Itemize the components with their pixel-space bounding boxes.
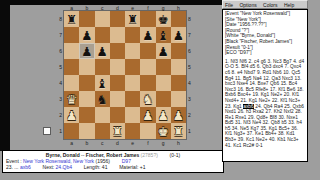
rank-label-3: 3 (54, 91, 62, 107)
square-d4[interactable] (110, 75, 125, 91)
piece-black-rook[interactable]: ♜ (66, 12, 77, 27)
square-d8[interactable] (110, 11, 125, 27)
square-c4[interactable]: ♝ (95, 75, 110, 91)
black-player-rating: (2785?) (141, 152, 158, 158)
file-label-e: e (125, 140, 140, 146)
rank-label-3: 3 (188, 91, 196, 107)
rank-label-8: 8 (54, 11, 62, 27)
square-c1[interactable] (95, 123, 110, 139)
file-label-a: a (64, 140, 79, 146)
rank-label-7: 7 (54, 27, 62, 43)
status-move-line: 23. ... axb6 Next: 24.Qb4 Length: 41 Mat… (6, 164, 220, 170)
menu-bar: File Options Colors Help (222, 0, 308, 9)
square-h4[interactable] (171, 75, 186, 91)
file-label-f: f (140, 140, 155, 146)
piece-white-pawn[interactable]: ♟ (66, 108, 77, 123)
pgn-panel[interactable]: [Event "New York Rosenwald"] [Site "New … (222, 9, 308, 162)
file-label-h: h (171, 140, 186, 146)
square-e8[interactable]: ♜ (125, 11, 140, 27)
material-label: Material: (119, 164, 138, 170)
piece-black-pawn[interactable]: ♟ (97, 44, 108, 59)
square-h1[interactable]: ♜ (171, 123, 186, 139)
rank-label-1: 1 (54, 123, 62, 139)
current-move-highlight[interactable]: axb6 (243, 104, 253, 109)
piece-white-rook[interactable]: ♜ (112, 124, 123, 139)
square-c8[interactable] (95, 11, 110, 27)
menu-help[interactable]: Help (284, 2, 294, 8)
move-number: 23. ... (6, 164, 19, 170)
square-h5[interactable] (171, 59, 186, 75)
file-label-c: c (95, 140, 110, 146)
status-panel: Byrne, Donald -- Fischer, Robert James (… (2, 150, 224, 173)
piece-black-pawn[interactable]: ♟ (173, 28, 184, 43)
square-c2[interactable] (95, 107, 110, 123)
piece-white-queen[interactable]: ♛ (66, 92, 77, 107)
square-a3[interactable]: ♛ (64, 91, 79, 107)
square-f7[interactable]: ♟ (140, 27, 155, 43)
menu-colors[interactable]: Colors (263, 2, 277, 8)
square-d5[interactable] (110, 59, 125, 75)
rank-label-2: 2 (188, 107, 196, 123)
menu-options[interactable]: Options (239, 2, 256, 8)
piece-white-king[interactable]: ♚ (158, 124, 169, 139)
square-g1[interactable]: ♚ (156, 123, 171, 139)
square-a7[interactable] (64, 27, 79, 43)
square-a8[interactable]: ♜ (64, 11, 79, 27)
rank-label-5: 5 (188, 59, 196, 75)
rank-labels-left: 87654321 (54, 11, 62, 139)
square-f4[interactable] (140, 75, 155, 91)
piece-white-rook[interactable]: ♜ (173, 124, 184, 139)
square-b6[interactable]: ♟ (79, 43, 94, 59)
piece-black-bishop[interactable]: ♝ (158, 28, 169, 43)
square-a4[interactable] (64, 75, 79, 91)
square-b3[interactable] (79, 91, 94, 107)
piece-white-pawn[interactable]: ♟ (142, 108, 153, 123)
square-e2[interactable] (125, 107, 140, 123)
square-b8[interactable] (79, 11, 94, 27)
rank-label-4: 4 (188, 75, 196, 91)
square-d3[interactable] (110, 91, 125, 107)
square-f2[interactable]: ♟ (140, 107, 155, 123)
square-h7[interactable]: ♟ (171, 27, 186, 43)
square-b4[interactable] (79, 75, 94, 91)
square-g4[interactable] (156, 75, 171, 91)
moves-before-current[interactable]: 1. Nf3 Nf6 2. c4 g6 3. Nc3 Bg7 4. d4 O-O… (225, 59, 304, 109)
square-d7[interactable] (110, 27, 125, 43)
square-c3[interactable]: ♞ (95, 91, 110, 107)
square-e6[interactable] (125, 43, 140, 59)
square-c5[interactable] (95, 59, 110, 75)
rank-label-2: 2 (54, 107, 62, 123)
rank-label-7: 7 (188, 27, 196, 43)
length-value: 41 (102, 164, 108, 170)
square-f3[interactable]: ♞ (140, 91, 155, 107)
square-f8[interactable] (140, 11, 155, 27)
moves-after-current[interactable]: 24. Qb4 Ra4 25. Qxb6 Nxd1 26. h3 Rxa2 27… (225, 104, 304, 148)
square-f1[interactable] (140, 123, 155, 139)
square-a1[interactable] (64, 123, 79, 139)
rank-label-5: 5 (54, 59, 62, 75)
side-to-move-indicator (43, 127, 51, 135)
piece-black-pawn[interactable]: ♟ (81, 44, 92, 59)
window-frame-left (0, 5, 10, 151)
game-result: (0-1) (170, 152, 181, 158)
piece-black-rook[interactable]: ♜ (127, 12, 138, 27)
square-g2[interactable]: ♟ (156, 107, 171, 123)
rank-label-1: 1 (188, 123, 196, 139)
file-labels-bottom: abcdefgh (64, 140, 186, 146)
square-e4[interactable] (125, 75, 140, 91)
square-f5[interactable] (140, 59, 155, 75)
square-d6[interactable] (110, 43, 125, 59)
next-label: Next: (43, 164, 55, 170)
square-d2[interactable] (110, 107, 125, 123)
square-b5[interactable] (79, 59, 94, 75)
piece-black-pawn[interactable]: ♟ (142, 28, 153, 43)
length-label: Length: (84, 164, 101, 170)
square-b7[interactable]: ♟ (79, 27, 94, 43)
file-label-b: b (79, 140, 94, 146)
file-label-d: d (110, 140, 125, 146)
square-a6[interactable] (64, 43, 79, 59)
rank-label-4: 4 (54, 75, 62, 91)
square-b1[interactable] (79, 123, 94, 139)
square-g6[interactable]: ♟ (156, 43, 171, 59)
piece-black-bishop[interactable]: ♝ (97, 76, 108, 91)
square-g8[interactable]: ♚ (156, 11, 171, 27)
rank-labels-right: 87654321 (188, 11, 196, 139)
square-c6[interactable]: ♟ (95, 43, 110, 59)
chess-board[interactable]: ♜♜♚♟♟♝♟♟♟♟♝♛♞♞♟♟♟♟♜♚♜ (64, 11, 186, 139)
next-move: 24.Qb4 (56, 164, 72, 170)
square-c7[interactable] (95, 27, 110, 43)
square-a5[interactable] (64, 59, 79, 75)
square-g5[interactable] (156, 59, 171, 75)
square-e1[interactable] (125, 123, 140, 139)
material-value: +1 (140, 164, 146, 170)
rank-label-6: 6 (188, 43, 196, 59)
piece-white-pawn[interactable]: ♟ (173, 108, 184, 123)
square-e7[interactable] (125, 27, 140, 43)
piece-black-knight[interactable]: ♞ (97, 92, 108, 107)
piece-white-knight[interactable]: ♞ (142, 92, 153, 107)
square-a2[interactable]: ♟ (64, 107, 79, 123)
piece-white-pawn[interactable]: ♟ (158, 108, 169, 123)
square-g3[interactable] (156, 91, 171, 107)
piece-black-king[interactable]: ♚ (158, 12, 169, 27)
square-g7[interactable]: ♝ (156, 27, 171, 43)
file-label-g: g (156, 140, 171, 146)
move-list[interactable]: 1. Nf3 Nf6 2. c4 g6 3. Nc3 Bg7 4. d4 O-O… (225, 59, 305, 149)
last-move: axb6 (20, 164, 31, 170)
square-e3[interactable] (125, 91, 140, 107)
rank-label-8: 8 (188, 11, 196, 27)
square-h2[interactable]: ♟ (171, 107, 186, 123)
square-h8[interactable] (171, 11, 186, 27)
square-b2[interactable] (79, 107, 94, 123)
square-e5[interactable] (125, 59, 140, 75)
square-f6[interactable] (140, 43, 155, 59)
menu-file[interactable]: File (225, 2, 233, 8)
piece-black-pawn[interactable]: ♟ (81, 28, 92, 43)
square-h6[interactable] (171, 43, 186, 59)
square-d1[interactable]: ♜ (110, 123, 125, 139)
rank-label-6: 6 (54, 43, 62, 59)
piece-black-pawn[interactable]: ♟ (158, 44, 169, 59)
square-h3[interactable] (171, 91, 186, 107)
